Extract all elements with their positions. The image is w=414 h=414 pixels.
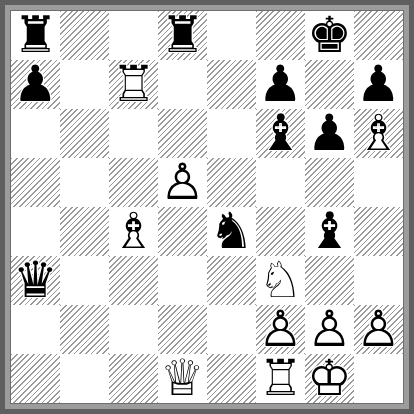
square-h5[interactable] (354, 158, 403, 207)
piece-white-pawn-fill: ♟ (354, 305, 403, 354)
square-e1[interactable] (207, 354, 256, 403)
square-g5[interactable] (305, 158, 354, 207)
square-a4[interactable] (11, 207, 60, 256)
square-g6[interactable]: ♟ (305, 109, 354, 158)
piece-black-pawn: ♟ (11, 60, 60, 109)
piece-black-bishop: ♝ (305, 207, 354, 256)
square-d2[interactable] (158, 305, 207, 354)
piece-black-knight: ♞ (207, 207, 256, 256)
square-d5[interactable]: ♟♙ (158, 158, 207, 207)
square-b3[interactable] (60, 256, 109, 305)
square-h2[interactable]: ♟♙ (354, 305, 403, 354)
piece-black-king: ♚ (305, 11, 354, 60)
piece-black-pawn: ♟ (354, 60, 403, 109)
square-b7[interactable] (60, 60, 109, 109)
piece-white-rook: ♖ (256, 354, 305, 403)
piece-white-rook-fill: ♜ (256, 354, 305, 403)
square-b2[interactable] (60, 305, 109, 354)
piece-white-pawn: ♙ (256, 305, 305, 354)
square-g1[interactable]: ♚♔ (305, 354, 354, 403)
square-f5[interactable] (256, 158, 305, 207)
square-a7[interactable]: ♟ (11, 60, 60, 109)
piece-white-bishop: ♗ (109, 207, 158, 256)
piece-white-queen-fill: ♛ (158, 354, 207, 403)
square-h3[interactable] (354, 256, 403, 305)
square-h1[interactable] (354, 354, 403, 403)
square-f4[interactable] (256, 207, 305, 256)
square-a3[interactable]: ♛ (11, 256, 60, 305)
piece-white-bishop-fill: ♝ (109, 207, 158, 256)
square-b5[interactable] (60, 158, 109, 207)
piece-black-rook: ♜ (11, 11, 60, 60)
square-d8[interactable]: ♜ (158, 11, 207, 60)
square-d3[interactable] (158, 256, 207, 305)
square-c5[interactable] (109, 158, 158, 207)
piece-white-pawn: ♙ (354, 305, 403, 354)
piece-white-pawn-fill: ♟ (256, 305, 305, 354)
square-e8[interactable] (207, 11, 256, 60)
square-e6[interactable] (207, 109, 256, 158)
square-f1[interactable]: ♜♖ (256, 354, 305, 403)
square-c6[interactable] (109, 109, 158, 158)
square-e2[interactable] (207, 305, 256, 354)
square-d4[interactable] (158, 207, 207, 256)
square-f3[interactable]: ♞♘ (256, 256, 305, 305)
square-f6[interactable]: ♝ (256, 109, 305, 158)
piece-white-queen: ♕ (158, 354, 207, 403)
piece-white-pawn-fill: ♟ (305, 305, 354, 354)
square-g4[interactable]: ♝ (305, 207, 354, 256)
piece-white-knight: ♘ (256, 256, 305, 305)
piece-white-pawn-fill: ♟ (158, 158, 207, 207)
piece-black-pawn: ♟ (305, 109, 354, 158)
square-d7[interactable] (158, 60, 207, 109)
square-c2[interactable] (109, 305, 158, 354)
square-a8[interactable]: ♜ (11, 11, 60, 60)
square-d6[interactable] (158, 109, 207, 158)
piece-white-bishop: ♗ (354, 109, 403, 158)
square-g3[interactable] (305, 256, 354, 305)
square-g2[interactable]: ♟♙ (305, 305, 354, 354)
piece-white-king: ♔ (305, 354, 354, 403)
square-a5[interactable] (11, 158, 60, 207)
square-b8[interactable] (60, 11, 109, 60)
square-c7[interactable]: ♜♖ (109, 60, 158, 109)
square-f2[interactable]: ♟♙ (256, 305, 305, 354)
square-e4[interactable]: ♞ (207, 207, 256, 256)
piece-black-queen: ♛ (11, 256, 60, 305)
square-b6[interactable] (60, 109, 109, 158)
piece-black-bishop: ♝ (256, 109, 305, 158)
square-h6[interactable]: ♝♗ (354, 109, 403, 158)
square-c3[interactable] (109, 256, 158, 305)
square-a1[interactable] (11, 354, 60, 403)
square-g7[interactable] (305, 60, 354, 109)
square-h8[interactable] (354, 11, 403, 60)
piece-white-pawn: ♙ (305, 305, 354, 354)
square-a2[interactable] (11, 305, 60, 354)
piece-white-rook-fill: ♜ (109, 60, 158, 109)
piece-white-bishop-fill: ♝ (354, 109, 403, 158)
piece-black-pawn: ♟ (256, 60, 305, 109)
square-c1[interactable] (109, 354, 158, 403)
square-e5[interactable] (207, 158, 256, 207)
chess-board: ♜♜♚♟♜♖♟♟♝♟♝♗♟♙♝♗♞♝♛♞♘♟♙♟♙♟♙♛♕♜♖♚♔ (10, 10, 404, 404)
piece-white-knight-fill: ♞ (256, 256, 305, 305)
square-a6[interactable] (11, 109, 60, 158)
square-d1[interactable]: ♛♕ (158, 354, 207, 403)
square-e3[interactable] (207, 256, 256, 305)
square-f7[interactable]: ♟ (256, 60, 305, 109)
square-c4[interactable]: ♝♗ (109, 207, 158, 256)
square-b1[interactable] (60, 354, 109, 403)
square-h7[interactable]: ♟ (354, 60, 403, 109)
square-b4[interactable] (60, 207, 109, 256)
square-g8[interactable]: ♚ (305, 11, 354, 60)
piece-white-pawn: ♙ (158, 158, 207, 207)
piece-black-rook: ♜ (158, 11, 207, 60)
square-c8[interactable] (109, 11, 158, 60)
square-e7[interactable] (207, 60, 256, 109)
square-f8[interactable] (256, 11, 305, 60)
piece-white-rook: ♖ (109, 60, 158, 109)
square-h4[interactable] (354, 207, 403, 256)
piece-white-king-fill: ♚ (305, 354, 354, 403)
board-frame: ♜♜♚♟♜♖♟♟♝♟♝♗♟♙♝♗♞♝♛♞♘♟♙♟♙♟♙♛♕♜♖♚♔ (0, 0, 414, 414)
